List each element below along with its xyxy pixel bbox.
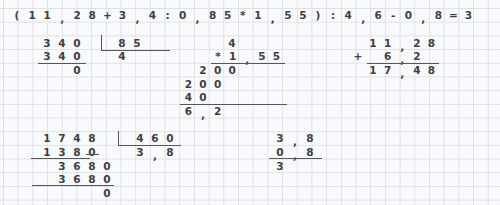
expression-glyph-26: 0 [405, 10, 412, 21]
division2-partial-2-glyph-2: 8 [88, 174, 95, 185]
subtraction-result-glyph-0: 3 [276, 160, 283, 171]
expression-glyph-30: 3 [465, 10, 472, 21]
expression-glyph-24: 6 [375, 10, 382, 21]
subtraction-minuend-glyph-1: , [293, 136, 297, 147]
division2-partial-1-glyph-2: 8 [88, 160, 95, 171]
expression-glyph-2: 1 [43, 10, 50, 21]
expression-glyph-19: 5 [299, 10, 306, 21]
multiplication-multiplicand-glyph-0: 4 [228, 37, 235, 48]
division2-subtrahend-1-glyph-3: 0 [88, 146, 95, 157]
addition-addend-2-glyph-0: 6 [384, 51, 391, 62]
division2-subtrahend-1-glyph-1: 3 [58, 146, 65, 157]
subtraction-subtrahend-glyph-2: 8 [306, 146, 313, 157]
expression-glyph-27: , [421, 13, 425, 24]
division2-divisor-glyph-1: 6 [151, 133, 158, 144]
addition-rule [367, 63, 439, 64]
division2-partial-1-glyph-1: 6 [73, 160, 80, 171]
multiplication-operator-row-glyph-1: 1 [229, 51, 236, 62]
division2-partial-2-glyph-0: 3 [58, 174, 65, 185]
grid-paper-worksheet: (11,28+3,4:0,85*1,55):4,6-0,8=3340853404… [0, 0, 500, 205]
expression-glyph-7: 3 [119, 10, 126, 21]
expression-glyph-10: : [165, 10, 169, 21]
addition-result-glyph-3: 4 [413, 65, 420, 76]
expression-glyph-18: 5 [284, 10, 291, 21]
addition-addend-2-glyph-2: 2 [413, 51, 420, 62]
multiplication-result-glyph-0: 6 [185, 106, 192, 117]
expression-glyph-25: - [391, 10, 395, 21]
multiplication-partial-1-glyph-2: 0 [229, 65, 236, 76]
division1-quotient-glyph-0: 4 [118, 51, 125, 62]
expression-glyph-20: ) [316, 10, 321, 21]
division1-bracket-vertical [101, 35, 102, 50]
division1-divisor-glyph-1: 5 [133, 37, 140, 48]
expression-glyph-21: : [331, 10, 335, 21]
division2-dividend-glyph-0: 1 [43, 133, 50, 144]
multiplication-sum-rule [180, 104, 287, 105]
expression-glyph-3: , [60, 13, 64, 24]
expression-glyph-9: 4 [149, 10, 156, 21]
multiplication-partial-2-glyph-1: 0 [199, 78, 206, 89]
multiplication-operator-row-glyph-3: 5 [258, 51, 265, 62]
division2-quotient-glyph-0: 3 [136, 146, 143, 157]
division2-partial-1-glyph-0: 3 [58, 160, 65, 171]
multiplication-partial-2-glyph-2: 0 [214, 78, 221, 89]
multiplication-result-glyph-1: , [201, 109, 205, 120]
division1-subtrahend-glyph-1: 4 [58, 51, 65, 62]
multiplication-operator-row-glyph-0: * [215, 51, 221, 62]
division2-subtrahend-1-glyph-2: 8 [73, 146, 80, 157]
division1-bracket-horizontal [101, 50, 170, 51]
addition-addend-1-glyph-4: 8 [428, 37, 435, 48]
division1-subtrahend-glyph-2: 0 [73, 51, 80, 62]
subtraction-minuend-glyph-0: 3 [276, 133, 283, 144]
division2-divisor-glyph-0: 4 [136, 133, 143, 144]
division2-partial-2-glyph-1: 6 [73, 174, 80, 185]
expression-glyph-11: 0 [179, 10, 186, 21]
division1-dividend-glyph-0: 3 [43, 37, 50, 48]
expression-glyph-12: , [196, 13, 200, 24]
division2-subtract-rule-1 [31, 158, 90, 159]
multiplication-rule [211, 63, 285, 64]
multiplication-operator-row-glyph-4: 5 [273, 51, 280, 62]
expression-glyph-0: ( [15, 10, 20, 21]
expression-glyph-5: 8 [89, 10, 96, 21]
expression-glyph-16: 1 [254, 10, 261, 21]
addition-result-glyph-0: 1 [369, 65, 376, 76]
subtraction-subtrahend-glyph-0: 0 [276, 146, 283, 157]
division2-subtrahend-1-glyph-0: 1 [43, 146, 50, 157]
expression-glyph-29: = [449, 10, 458, 21]
division1-subtrahend-glyph-0: 3 [43, 51, 50, 62]
addition-result-glyph-2: , [400, 68, 404, 79]
division2-partial-2-glyph-3: 0 [103, 174, 110, 185]
multiplication-partial-1-glyph-1: 0 [214, 65, 221, 76]
division2-bracket-horizontal [118, 145, 181, 146]
division2-partial-1-glyph-3: 0 [103, 160, 110, 171]
division2-dividend-glyph-3: 8 [88, 133, 95, 144]
expression-glyph-6: + [103, 10, 112, 21]
addition-addend-1-glyph-3: 2 [413, 37, 420, 48]
division1-subtract-rule [38, 63, 86, 64]
division2-dividend-glyph-2: 4 [73, 133, 80, 144]
multiplication-partial-3-glyph-0: 4 [185, 92, 192, 103]
expression-glyph-4: 2 [74, 10, 81, 21]
division2-bracket-vertical [118, 131, 119, 145]
expression-glyph-1: 1 [28, 10, 35, 21]
multiplication-partial-3-glyph-1: 0 [199, 92, 206, 103]
subtraction-rule [269, 158, 322, 159]
addition-addend-1-glyph-0: 1 [369, 37, 376, 48]
bring-down-underline [86, 154, 99, 155]
division1-dividend-glyph-1: 4 [58, 37, 65, 48]
division1-remainder-glyph-0: 0 [73, 65, 80, 76]
multiplication-result-glyph-2: 2 [214, 106, 221, 117]
expression-glyph-23: , [361, 13, 365, 24]
addition-addend-1-glyph-2: , [400, 40, 404, 51]
expression-glyph-8: , [135, 13, 139, 24]
division2-quotient-glyph-2: 8 [166, 146, 173, 157]
expression-glyph-17: , [271, 13, 275, 24]
division2-divisor-glyph-2: 0 [166, 133, 173, 144]
division2-dividend-glyph-1: 7 [58, 133, 65, 144]
expression-glyph-13: 8 [209, 10, 216, 21]
division2-remainder-glyph-0: 0 [103, 188, 110, 199]
expression-glyph-28: 8 [435, 10, 442, 21]
addition-result-glyph-4: 8 [428, 65, 435, 76]
addition-plus-sign-glyph-0: + [354, 51, 363, 62]
multiplication-partial-2-glyph-0: 2 [185, 78, 192, 89]
division2-quotient-glyph-1: , [153, 149, 157, 160]
subtraction-minuend-glyph-2: 8 [306, 133, 313, 144]
expression-glyph-15: * [240, 10, 246, 21]
expression-glyph-22: 4 [344, 10, 351, 21]
division2-subtract-rule-2 [32, 185, 114, 186]
division1-divisor-glyph-0: 8 [118, 37, 125, 48]
addition-result-glyph-1: 7 [384, 65, 391, 76]
multiplication-partial-1-glyph-0: 2 [199, 65, 206, 76]
division1-dividend-glyph-2: 0 [73, 37, 80, 48]
expression-glyph-14: 5 [224, 10, 231, 21]
addition-addend-1-glyph-1: 1 [384, 37, 391, 48]
